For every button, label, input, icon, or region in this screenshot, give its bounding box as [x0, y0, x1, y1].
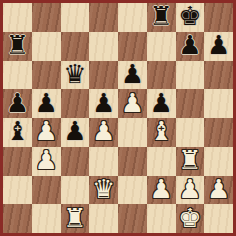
square-d5[interactable]: ♟: [89, 89, 118, 118]
black-pawn[interactable]: ♟: [121, 61, 144, 87]
square-h1[interactable]: [204, 204, 233, 233]
square-c2[interactable]: [61, 176, 90, 205]
square-f6[interactable]: [147, 61, 176, 90]
white-pawn[interactable]: ♟: [92, 118, 115, 144]
square-f2[interactable]: ♟: [147, 176, 176, 205]
square-e5[interactable]: ♟: [118, 89, 147, 118]
square-a6[interactable]: [3, 61, 32, 90]
square-e2[interactable]: [118, 176, 147, 205]
black-bishop[interactable]: ♝: [6, 118, 29, 144]
square-a4[interactable]: ♝: [3, 118, 32, 147]
white-pawn[interactable]: ♟: [34, 118, 57, 144]
square-d1[interactable]: [89, 204, 118, 233]
square-d6[interactable]: [89, 61, 118, 90]
black-pawn[interactable]: ♟: [63, 118, 86, 144]
square-g8[interactable]: ♚: [176, 3, 205, 32]
square-e4[interactable]: [118, 118, 147, 147]
black-rook[interactable]: ♜: [6, 32, 29, 58]
square-b2[interactable]: [32, 176, 61, 205]
white-rook[interactable]: ♜: [63, 205, 86, 231]
black-pawn[interactable]: ♟: [92, 90, 115, 116]
black-pawn[interactable]: ♟: [6, 90, 29, 116]
black-rook[interactable]: ♜: [149, 3, 172, 29]
white-pawn[interactable]: ♟: [34, 147, 57, 173]
chess-board: ♜♚♜♟♟♛♟♟♟♟♟♟♝♟♟♟♝♟♜♛♟♟♟♜♚: [3, 3, 233, 233]
square-h2[interactable]: ♟: [204, 176, 233, 205]
square-b8[interactable]: [32, 3, 61, 32]
black-pawn[interactable]: ♟: [149, 90, 172, 116]
black-pawn[interactable]: ♟: [178, 32, 201, 58]
white-pawn[interactable]: ♟: [121, 90, 144, 116]
square-a7[interactable]: ♜: [3, 32, 32, 61]
square-b3[interactable]: ♟: [32, 147, 61, 176]
square-g5[interactable]: [176, 89, 205, 118]
square-g2[interactable]: ♟: [176, 176, 205, 205]
square-c6[interactable]: ♛: [61, 61, 90, 90]
square-h8[interactable]: [204, 3, 233, 32]
square-c8[interactable]: [61, 3, 90, 32]
square-c4[interactable]: ♟: [61, 118, 90, 147]
square-a2[interactable]: [3, 176, 32, 205]
square-d7[interactable]: [89, 32, 118, 61]
square-g4[interactable]: [176, 118, 205, 147]
black-pawn[interactable]: ♟: [34, 90, 57, 116]
square-e3[interactable]: [118, 147, 147, 176]
square-b1[interactable]: [32, 204, 61, 233]
square-d8[interactable]: [89, 3, 118, 32]
square-h3[interactable]: [204, 147, 233, 176]
white-pawn[interactable]: ♟: [207, 176, 230, 202]
square-a8[interactable]: [3, 3, 32, 32]
square-c7[interactable]: [61, 32, 90, 61]
square-f7[interactable]: [147, 32, 176, 61]
square-a3[interactable]: [3, 147, 32, 176]
square-f1[interactable]: [147, 204, 176, 233]
white-pawn[interactable]: ♟: [178, 176, 201, 202]
square-g7[interactable]: ♟: [176, 32, 205, 61]
square-b6[interactable]: [32, 61, 61, 90]
chess-board-frame: ♜♚♜♟♟♛♟♟♟♟♟♟♝♟♟♟♝♟♜♛♟♟♟♜♚: [0, 0, 236, 236]
square-f8[interactable]: ♜: [147, 3, 176, 32]
square-e8[interactable]: [118, 3, 147, 32]
square-g6[interactable]: [176, 61, 205, 90]
square-f3[interactable]: [147, 147, 176, 176]
square-h6[interactable]: [204, 61, 233, 90]
square-f5[interactable]: ♟: [147, 89, 176, 118]
square-a5[interactable]: ♟: [3, 89, 32, 118]
square-a1[interactable]: [3, 204, 32, 233]
square-h4[interactable]: [204, 118, 233, 147]
white-bishop[interactable]: ♝: [149, 118, 172, 144]
white-pawn[interactable]: ♟: [149, 176, 172, 202]
square-b4[interactable]: ♟: [32, 118, 61, 147]
black-queen[interactable]: ♛: [63, 61, 86, 87]
square-c3[interactable]: [61, 147, 90, 176]
square-b5[interactable]: ♟: [32, 89, 61, 118]
square-e7[interactable]: [118, 32, 147, 61]
black-king[interactable]: ♚: [178, 3, 201, 29]
square-d2[interactable]: ♛: [89, 176, 118, 205]
square-b7[interactable]: [32, 32, 61, 61]
square-h7[interactable]: ♟: [204, 32, 233, 61]
square-f4[interactable]: ♝: [147, 118, 176, 147]
square-g1[interactable]: ♚: [176, 204, 205, 233]
square-c1[interactable]: ♜: [61, 204, 90, 233]
square-e1[interactable]: [118, 204, 147, 233]
white-rook[interactable]: ♜: [178, 147, 201, 173]
square-e6[interactable]: ♟: [118, 61, 147, 90]
square-d3[interactable]: [89, 147, 118, 176]
square-d4[interactable]: ♟: [89, 118, 118, 147]
square-h5[interactable]: [204, 89, 233, 118]
white-queen[interactable]: ♛: [92, 176, 115, 202]
square-c5[interactable]: [61, 89, 90, 118]
white-king[interactable]: ♚: [178, 205, 201, 231]
square-g3[interactable]: ♜: [176, 147, 205, 176]
black-pawn[interactable]: ♟: [207, 32, 230, 58]
